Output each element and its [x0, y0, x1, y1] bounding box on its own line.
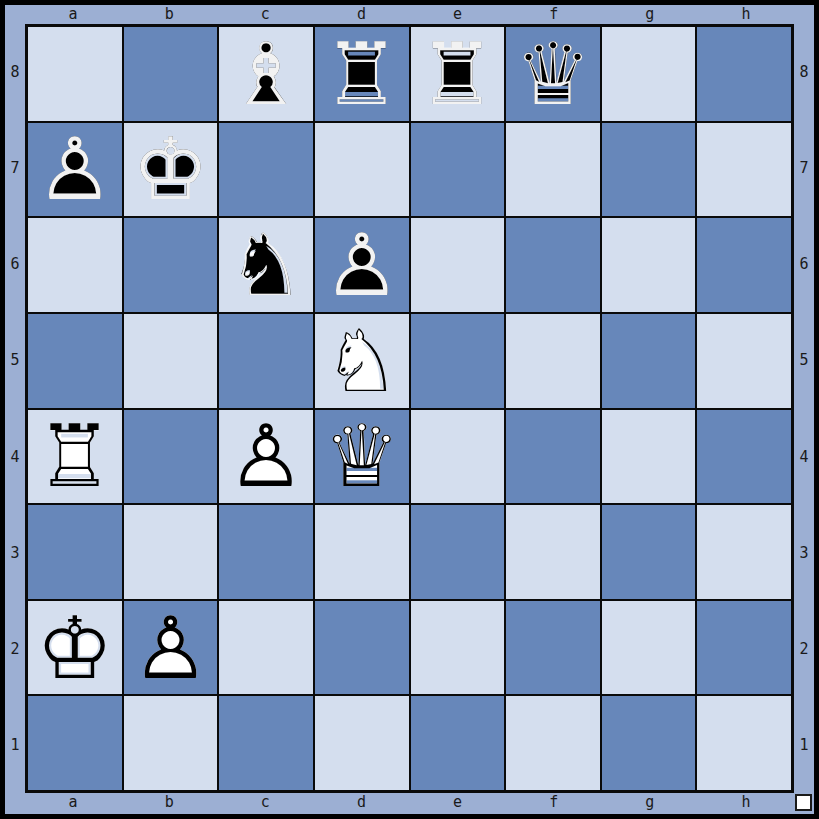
square-h3[interactable] — [697, 505, 791, 599]
white-to-move-indicator — [795, 794, 812, 811]
file-label-e: e — [410, 5, 506, 24]
piece-white-rook[interactable]: ♜♖ — [28, 410, 122, 504]
rank-label-8: 8 — [794, 24, 814, 120]
rank-label-7: 7 — [794, 120, 814, 216]
square-b2[interactable]: ♟♙ — [124, 601, 218, 695]
file-label-a: a — [25, 793, 121, 814]
piece-white-queen[interactable]: ♛♕ — [315, 410, 409, 504]
ranks-labels-left: 87654321 — [5, 24, 25, 793]
rank-label-5: 5 — [794, 312, 814, 408]
square-d6[interactable]: ♟♙ — [315, 218, 409, 312]
square-h7[interactable] — [697, 123, 791, 217]
square-d4[interactable]: ♛♕ — [315, 410, 409, 504]
file-label-d: d — [313, 5, 409, 24]
piece-black-pawn[interactable]: ♟♙ — [28, 123, 122, 217]
square-c1[interactable] — [219, 696, 313, 790]
square-f5[interactable] — [506, 314, 600, 408]
rank-label-2: 2 — [5, 601, 25, 697]
square-f4[interactable] — [506, 410, 600, 504]
square-b5[interactable] — [124, 314, 218, 408]
square-g6[interactable] — [602, 218, 696, 312]
square-g1[interactable] — [602, 696, 696, 790]
square-e6[interactable] — [411, 218, 505, 312]
square-b3[interactable] — [124, 505, 218, 599]
square-d8[interactable]: ♜♖ — [315, 27, 409, 121]
square-d7[interactable] — [315, 123, 409, 217]
square-e4[interactable] — [411, 410, 505, 504]
square-g7[interactable] — [602, 123, 696, 217]
rank-label-8: 8 — [5, 24, 25, 120]
piece-white-knight[interactable]: ♞♘ — [315, 314, 409, 408]
ranks-labels-right: 87654321 — [794, 24, 814, 793]
chessboard-frame: abcdefgh abcdefgh 87654321 87654321 ♝♗♜♖… — [0, 0, 819, 819]
black-pawn-outline: ♙ — [28, 123, 122, 217]
square-a3[interactable] — [28, 505, 122, 599]
black-rook-outline: ♖ — [315, 27, 409, 121]
square-f3[interactable] — [506, 505, 600, 599]
square-a6[interactable] — [28, 218, 122, 312]
file-label-c: c — [217, 793, 313, 814]
rank-label-6: 6 — [5, 216, 25, 312]
black-king-outline: ♔ — [124, 123, 218, 217]
file-label-a: a — [25, 5, 121, 24]
piece-white-king[interactable]: ♚♔ — [28, 601, 122, 695]
square-g5[interactable] — [602, 314, 696, 408]
square-b8[interactable] — [124, 27, 218, 121]
square-c8[interactable]: ♝♗ — [219, 27, 313, 121]
square-d1[interactable] — [315, 696, 409, 790]
file-label-h: h — [698, 793, 794, 814]
square-b1[interactable] — [124, 696, 218, 790]
black-rook-outline: ♖ — [411, 27, 505, 121]
square-g2[interactable] — [602, 601, 696, 695]
piece-black-rook[interactable]: ♜♖ — [411, 27, 505, 121]
square-e5[interactable] — [411, 314, 505, 408]
square-f8[interactable]: ♛♕ — [506, 27, 600, 121]
square-c5[interactable] — [219, 314, 313, 408]
file-label-f: f — [506, 5, 602, 24]
white-queen-outline: ♕ — [315, 410, 409, 504]
rank-label-4: 4 — [5, 409, 25, 505]
square-c4[interactable]: ♟♙ — [219, 410, 313, 504]
white-pawn-outline: ♙ — [219, 410, 313, 504]
rank-label-2: 2 — [794, 601, 814, 697]
square-h8[interactable] — [697, 27, 791, 121]
square-c3[interactable] — [219, 505, 313, 599]
files-labels-top: abcdefgh — [25, 5, 794, 24]
square-e2[interactable] — [411, 601, 505, 695]
square-b7[interactable]: ♚♔ — [124, 123, 218, 217]
white-knight-outline: ♘ — [315, 314, 409, 408]
piece-white-pawn[interactable]: ♟♙ — [124, 601, 218, 695]
square-h2[interactable] — [697, 601, 791, 695]
square-g3[interactable] — [602, 505, 696, 599]
square-b4[interactable] — [124, 410, 218, 504]
square-e7[interactable] — [411, 123, 505, 217]
file-label-d: d — [313, 793, 409, 814]
square-f6[interactable] — [506, 218, 600, 312]
square-f1[interactable] — [506, 696, 600, 790]
file-label-h: h — [698, 5, 794, 24]
files-labels-bottom: abcdefgh — [25, 793, 794, 814]
file-label-c: c — [217, 5, 313, 24]
piece-black-pawn[interactable]: ♟♙ — [315, 218, 409, 312]
rank-label-1: 1 — [794, 697, 814, 793]
file-label-f: f — [506, 793, 602, 814]
square-a8[interactable] — [28, 27, 122, 121]
white-king-outline: ♔ — [28, 601, 122, 695]
chess-board: ♝♗♜♖♜♖♛♕♟♙♚♔♞♘♟♙♞♘♜♖♟♙♛♕♚♔♟♙ — [25, 24, 794, 793]
square-a1[interactable] — [28, 696, 122, 790]
square-f7[interactable] — [506, 123, 600, 217]
black-queen-outline: ♕ — [506, 27, 600, 121]
square-h5[interactable] — [697, 314, 791, 408]
file-label-b: b — [121, 5, 217, 24]
piece-black-bishop[interactable]: ♝♗ — [219, 27, 313, 121]
rank-label-3: 3 — [794, 505, 814, 601]
square-g8[interactable] — [602, 27, 696, 121]
square-e1[interactable] — [411, 696, 505, 790]
square-g4[interactable] — [602, 410, 696, 504]
square-b6[interactable] — [124, 218, 218, 312]
square-a4[interactable]: ♜♖ — [28, 410, 122, 504]
square-d2[interactable] — [315, 601, 409, 695]
white-pawn-outline: ♙ — [124, 601, 218, 695]
square-d3[interactable] — [315, 505, 409, 599]
piece-black-rook[interactable]: ♜♖ — [315, 27, 409, 121]
board-border: abcdefgh abcdefgh 87654321 87654321 ♝♗♜♖… — [5, 5, 814, 814]
piece-white-pawn[interactable]: ♟♙ — [219, 410, 313, 504]
square-a5[interactable] — [28, 314, 122, 408]
rank-label-4: 4 — [794, 409, 814, 505]
file-label-e: e — [410, 793, 506, 814]
square-c6[interactable]: ♞♘ — [219, 218, 313, 312]
square-c2[interactable] — [219, 601, 313, 695]
black-bishop-outline: ♗ — [219, 27, 313, 121]
rank-label-1: 1 — [5, 697, 25, 793]
rank-label-7: 7 — [5, 120, 25, 216]
rank-label-6: 6 — [794, 216, 814, 312]
square-h4[interactable] — [697, 410, 791, 504]
file-label-b: b — [121, 793, 217, 814]
square-h1[interactable] — [697, 696, 791, 790]
file-label-g: g — [602, 793, 698, 814]
piece-black-king[interactable]: ♚♔ — [124, 123, 218, 217]
square-a2[interactable]: ♚♔ — [28, 601, 122, 695]
rank-label-5: 5 — [5, 312, 25, 408]
file-label-g: g — [602, 5, 698, 24]
piece-black-queen[interactable]: ♛♕ — [506, 27, 600, 121]
white-rook-outline: ♖ — [28, 410, 122, 504]
square-f2[interactable] — [506, 601, 600, 695]
square-c7[interactable] — [219, 123, 313, 217]
square-h6[interactable] — [697, 218, 791, 312]
rank-label-3: 3 — [5, 505, 25, 601]
square-d5[interactable]: ♞♘ — [315, 314, 409, 408]
square-e3[interactable] — [411, 505, 505, 599]
square-e8[interactable]: ♜♖ — [411, 27, 505, 121]
black-pawn-outline: ♙ — [315, 218, 409, 312]
piece-black-knight[interactable]: ♞♘ — [219, 218, 313, 312]
square-a7[interactable]: ♟♙ — [28, 123, 122, 217]
black-knight-outline: ♘ — [219, 218, 313, 312]
